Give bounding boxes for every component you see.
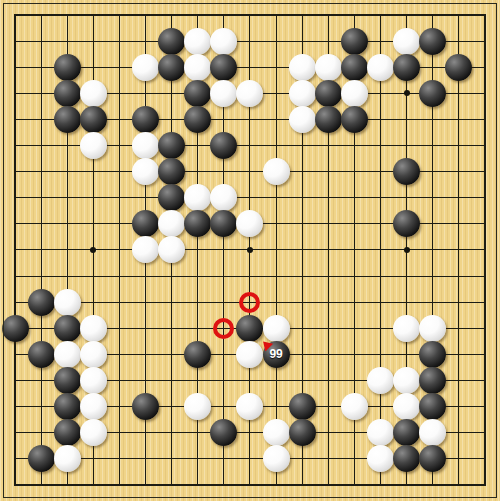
grid-line-vertical [380,14,381,486]
stone-white [80,80,107,107]
stone-black [2,315,29,342]
stone-white [80,419,107,446]
stone-white [393,393,420,420]
stone-white [132,158,159,185]
stone-black [28,289,55,316]
stone-black [289,419,316,446]
stone-black [210,210,237,237]
stone-white [341,80,368,107]
stone-black [54,106,81,133]
star-point [247,247,253,253]
stone-white [54,445,81,472]
stone-white [80,341,107,368]
stone-white [419,315,446,342]
stone-black [419,80,446,107]
stone-black [210,419,237,446]
stone-white [80,315,107,342]
stone-black [54,367,81,394]
stone-white [210,28,237,55]
stone-black [210,132,237,159]
stone-black [184,106,211,133]
stone-black [341,28,368,55]
stone-black [132,210,159,237]
stone-white [289,54,316,81]
stone-black [315,106,342,133]
red-circle-marker [239,292,260,313]
stone-black [236,315,263,342]
stone-white [263,445,290,472]
stone-white [54,341,81,368]
stone-white [367,54,394,81]
stone-white [236,210,263,237]
stone-white [80,393,107,420]
stone-white [80,132,107,159]
stone-white [393,28,420,55]
stone-black [419,445,446,472]
stone-black [54,419,81,446]
stone-black [184,210,211,237]
stone-black [158,54,185,81]
stone-black [158,132,185,159]
stone-black [54,80,81,107]
stone-white [158,210,185,237]
star-point [404,90,410,96]
grid-line-vertical [484,14,486,486]
stone-white [289,106,316,133]
stone-black [419,367,446,394]
stone-white [367,367,394,394]
stone-white [184,393,211,420]
stone-white [263,158,290,185]
stone-white [315,54,342,81]
stone-white [184,54,211,81]
stone-black [315,80,342,107]
stone-black [393,419,420,446]
stone-white [210,184,237,211]
stone-black [184,341,211,368]
grid-line-vertical [458,14,459,486]
stone-black [419,28,446,55]
stone-black [445,54,472,81]
stone-black [158,158,185,185]
stone-black [28,445,55,472]
stone-white [184,28,211,55]
stone-white [184,184,211,211]
stone-black [132,106,159,133]
stone-white [132,236,159,263]
stone-white [132,132,159,159]
stone-black [393,54,420,81]
stone-black [54,54,81,81]
stone-black [393,210,420,237]
stone-white [263,419,290,446]
stone-white [419,419,446,446]
stone-black [80,106,107,133]
stone-black [210,54,237,81]
stone-white [236,341,263,368]
stone-white [236,80,263,107]
stone-black [393,445,420,472]
stone-white [210,80,237,107]
stone-white [393,367,420,394]
red-circle-marker [213,318,234,339]
stone-black [158,28,185,55]
stone-black [54,315,81,342]
stone-black [393,158,420,185]
stone-black [289,393,316,420]
stone-white [341,393,368,420]
board[interactable]: 99 [0,0,500,501]
stone-white [367,445,394,472]
stone-black [341,54,368,81]
stone-white [80,367,107,394]
star-point [404,247,410,253]
stone-black [158,184,185,211]
grid-line-horizontal [14,484,486,486]
stone-black [419,393,446,420]
stone-white [54,289,81,316]
stone-white [289,80,316,107]
stone-white [132,54,159,81]
grid-line-horizontal [14,276,486,277]
stone-white [393,315,420,342]
stone-white [158,236,185,263]
stone-white [263,315,290,342]
move-number-label: 99 [263,341,290,368]
stone-black [341,106,368,133]
grid-line-vertical [276,14,277,486]
stone-black [28,341,55,368]
stone-black [184,80,211,107]
go-board-screenshot: 99 [0,0,500,501]
stone-white [367,419,394,446]
stone-white [236,393,263,420]
stone-black [54,393,81,420]
stone-black [419,341,446,368]
stone-black [132,393,159,420]
star-point [90,247,96,253]
